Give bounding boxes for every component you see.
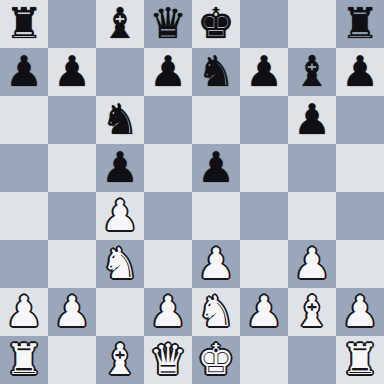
piece-black-rook[interactable]: ♜ — [5, 0, 43, 48]
square-a2[interactable]: ♟ — [0, 288, 48, 336]
piece-black-pawn[interactable]: ♟ — [341, 48, 379, 96]
square-h4[interactable] — [336, 192, 384, 240]
piece-white-pawn[interactable]: ♟ — [53, 288, 91, 336]
square-h8[interactable]: ♜ — [336, 0, 384, 48]
square-f4[interactable] — [240, 192, 288, 240]
piece-white-bishop[interactable]: ♝ — [101, 336, 139, 384]
square-d6[interactable] — [144, 96, 192, 144]
square-g6[interactable]: ♟ — [288, 96, 336, 144]
square-g4[interactable] — [288, 192, 336, 240]
piece-white-rook[interactable]: ♜ — [341, 336, 379, 384]
square-c5[interactable]: ♟ — [96, 144, 144, 192]
piece-black-bishop[interactable]: ♝ — [293, 48, 331, 96]
square-c8[interactable]: ♝ — [96, 0, 144, 48]
chess-board: ♜♝♛♚♜♟♟♟♞♟♝♟♞♟♟♟♟♞♟♟♟♟♟♞♟♝♟♜♝♛♚♜ — [0, 0, 384, 384]
square-h6[interactable] — [336, 96, 384, 144]
square-h2[interactable]: ♟ — [336, 288, 384, 336]
piece-white-queen[interactable]: ♛ — [149, 336, 187, 384]
piece-black-king[interactable]: ♚ — [197, 0, 235, 48]
piece-black-pawn[interactable]: ♟ — [5, 48, 43, 96]
square-c1[interactable]: ♝ — [96, 336, 144, 384]
square-e1[interactable]: ♚ — [192, 336, 240, 384]
square-a8[interactable]: ♜ — [0, 0, 48, 48]
square-f1[interactable] — [240, 336, 288, 384]
piece-black-bishop[interactable]: ♝ — [101, 0, 139, 48]
piece-white-bishop[interactable]: ♝ — [293, 288, 331, 336]
piece-black-rook[interactable]: ♜ — [341, 0, 379, 48]
square-a7[interactable]: ♟ — [0, 48, 48, 96]
piece-black-knight[interactable]: ♞ — [101, 96, 139, 144]
square-a1[interactable]: ♜ — [0, 336, 48, 384]
square-d5[interactable] — [144, 144, 192, 192]
piece-white-pawn[interactable]: ♟ — [5, 288, 43, 336]
square-e5[interactable]: ♟ — [192, 144, 240, 192]
square-e7[interactable]: ♞ — [192, 48, 240, 96]
square-a5[interactable] — [0, 144, 48, 192]
square-b8[interactable] — [48, 0, 96, 48]
square-a3[interactable] — [0, 240, 48, 288]
square-d1[interactable]: ♛ — [144, 336, 192, 384]
square-g5[interactable] — [288, 144, 336, 192]
square-a6[interactable] — [0, 96, 48, 144]
piece-black-pawn[interactable]: ♟ — [53, 48, 91, 96]
piece-black-pawn[interactable]: ♟ — [197, 144, 235, 192]
square-b6[interactable] — [48, 96, 96, 144]
square-f3[interactable] — [240, 240, 288, 288]
piece-white-rook[interactable]: ♜ — [5, 336, 43, 384]
square-f6[interactable] — [240, 96, 288, 144]
square-g8[interactable] — [288, 0, 336, 48]
piece-white-pawn[interactable]: ♟ — [149, 288, 187, 336]
piece-white-pawn[interactable]: ♟ — [101, 192, 139, 240]
square-c6[interactable]: ♞ — [96, 96, 144, 144]
square-g2[interactable]: ♝ — [288, 288, 336, 336]
piece-white-pawn[interactable]: ♟ — [293, 240, 331, 288]
square-c3[interactable]: ♞ — [96, 240, 144, 288]
square-d4[interactable] — [144, 192, 192, 240]
square-d7[interactable]: ♟ — [144, 48, 192, 96]
square-b4[interactable] — [48, 192, 96, 240]
square-h5[interactable] — [336, 144, 384, 192]
piece-black-pawn[interactable]: ♟ — [293, 96, 331, 144]
square-b1[interactable] — [48, 336, 96, 384]
piece-black-pawn[interactable]: ♟ — [149, 48, 187, 96]
square-e8[interactable]: ♚ — [192, 0, 240, 48]
square-e4[interactable] — [192, 192, 240, 240]
piece-white-pawn[interactable]: ♟ — [245, 288, 283, 336]
square-f8[interactable] — [240, 0, 288, 48]
square-f5[interactable] — [240, 144, 288, 192]
piece-white-king[interactable]: ♚ — [197, 336, 235, 384]
square-g7[interactable]: ♝ — [288, 48, 336, 96]
square-e2[interactable]: ♞ — [192, 288, 240, 336]
square-f7[interactable]: ♟ — [240, 48, 288, 96]
piece-white-knight[interactable]: ♞ — [101, 240, 139, 288]
square-b3[interactable] — [48, 240, 96, 288]
square-d2[interactable]: ♟ — [144, 288, 192, 336]
square-c2[interactable] — [96, 288, 144, 336]
square-f2[interactable]: ♟ — [240, 288, 288, 336]
piece-black-knight[interactable]: ♞ — [197, 48, 235, 96]
square-a4[interactable] — [0, 192, 48, 240]
square-d3[interactable] — [144, 240, 192, 288]
piece-white-knight[interactable]: ♞ — [197, 288, 235, 336]
square-g1[interactable] — [288, 336, 336, 384]
square-h7[interactable]: ♟ — [336, 48, 384, 96]
piece-black-pawn[interactable]: ♟ — [101, 144, 139, 192]
piece-white-pawn[interactable]: ♟ — [341, 288, 379, 336]
square-g3[interactable]: ♟ — [288, 240, 336, 288]
piece-black-pawn[interactable]: ♟ — [245, 48, 283, 96]
square-b2[interactable]: ♟ — [48, 288, 96, 336]
piece-black-queen[interactable]: ♛ — [149, 0, 187, 48]
square-b7[interactable]: ♟ — [48, 48, 96, 96]
square-h1[interactable]: ♜ — [336, 336, 384, 384]
square-e6[interactable] — [192, 96, 240, 144]
piece-white-pawn[interactable]: ♟ — [197, 240, 235, 288]
square-d8[interactable]: ♛ — [144, 0, 192, 48]
square-c7[interactable] — [96, 48, 144, 96]
square-h3[interactable] — [336, 240, 384, 288]
square-b5[interactable] — [48, 144, 96, 192]
square-e3[interactable]: ♟ — [192, 240, 240, 288]
square-c4[interactable]: ♟ — [96, 192, 144, 240]
